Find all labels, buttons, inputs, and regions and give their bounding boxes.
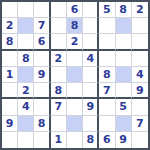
- sudoku-cell[interactable]: [34, 2, 50, 18]
- sudoku-cell[interactable]: [18, 132, 34, 148]
- sudoku-cell[interactable]: 6: [99, 132, 115, 148]
- sudoku-cell[interactable]: [99, 51, 115, 67]
- sudoku-cell[interactable]: [2, 99, 18, 115]
- sudoku-cell[interactable]: [132, 18, 148, 34]
- sudoku-cell[interactable]: 4: [132, 67, 148, 83]
- sudoku-app: 65822788628241984287947959871869: [0, 0, 150, 150]
- sudoku-cell[interactable]: 1: [51, 132, 67, 148]
- sudoku-cell[interactable]: [83, 2, 99, 18]
- sudoku-cell[interactable]: 2: [2, 18, 18, 34]
- sudoku-cell[interactable]: 5: [99, 2, 115, 18]
- sudoku-cell[interactable]: [83, 18, 99, 34]
- sudoku-cell[interactable]: 9: [34, 67, 50, 83]
- sudoku-cell[interactable]: 9: [2, 116, 18, 132]
- sudoku-cell[interactable]: [51, 18, 67, 34]
- sudoku-cell[interactable]: [51, 34, 67, 50]
- sudoku-cell[interactable]: [18, 18, 34, 34]
- sudoku-cell[interactable]: 8: [116, 2, 132, 18]
- sudoku-cell[interactable]: [132, 132, 148, 148]
- sudoku-cell[interactable]: [34, 99, 50, 115]
- sudoku-cell[interactable]: 9: [132, 83, 148, 99]
- sudoku-cell[interactable]: [132, 34, 148, 50]
- sudoku-cell[interactable]: 8: [18, 51, 34, 67]
- sudoku-cell[interactable]: 7: [99, 83, 115, 99]
- sudoku-cell[interactable]: [67, 83, 83, 99]
- sudoku-cell[interactable]: 9: [83, 99, 99, 115]
- sudoku-cell[interactable]: [67, 116, 83, 132]
- sudoku-cell[interactable]: [116, 34, 132, 50]
- sudoku-cell[interactable]: 4: [83, 51, 99, 67]
- sudoku-cell[interactable]: [18, 116, 34, 132]
- sudoku-cell[interactable]: 8: [34, 116, 50, 132]
- sudoku-cell[interactable]: [18, 34, 34, 50]
- sudoku-cell[interactable]: [99, 116, 115, 132]
- sudoku-cell[interactable]: [83, 83, 99, 99]
- sudoku-cell[interactable]: [116, 116, 132, 132]
- sudoku-cell[interactable]: [18, 67, 34, 83]
- sudoku-cell[interactable]: [51, 116, 67, 132]
- sudoku-cell[interactable]: 8: [67, 18, 83, 34]
- sudoku-cell[interactable]: 8: [83, 132, 99, 148]
- sudoku-cell[interactable]: 2: [67, 34, 83, 50]
- sudoku-cell[interactable]: [67, 132, 83, 148]
- sudoku-cell[interactable]: 5: [116, 99, 132, 115]
- sudoku-cell[interactable]: 9: [116, 132, 132, 148]
- sudoku-cell[interactable]: [34, 132, 50, 148]
- sudoku-cell[interactable]: [2, 83, 18, 99]
- sudoku-cell[interactable]: [99, 18, 115, 34]
- sudoku-cell[interactable]: [2, 132, 18, 148]
- sudoku-cell[interactable]: 6: [34, 34, 50, 50]
- sudoku-cell[interactable]: [83, 116, 99, 132]
- sudoku-cell[interactable]: [51, 2, 67, 18]
- sudoku-cell[interactable]: [34, 83, 50, 99]
- sudoku-cell[interactable]: 4: [18, 99, 34, 115]
- sudoku-cell[interactable]: 8: [51, 83, 67, 99]
- sudoku-cell[interactable]: [132, 99, 148, 115]
- sudoku-cell[interactable]: [132, 51, 148, 67]
- sudoku-cell[interactable]: [116, 51, 132, 67]
- sudoku-cell[interactable]: [51, 67, 67, 83]
- sudoku-cell[interactable]: [2, 2, 18, 18]
- sudoku-cell[interactable]: [116, 67, 132, 83]
- sudoku-cell[interactable]: 7: [132, 116, 148, 132]
- sudoku-cell[interactable]: 7: [34, 18, 50, 34]
- sudoku-cell[interactable]: [116, 83, 132, 99]
- sudoku-cell[interactable]: [99, 34, 115, 50]
- sudoku-cell[interactable]: [83, 34, 99, 50]
- sudoku-cell[interactable]: [116, 18, 132, 34]
- sudoku-cell[interactable]: 2: [18, 83, 34, 99]
- sudoku-board: 65822788628241984287947959871869: [0, 0, 150, 150]
- sudoku-cell[interactable]: [67, 99, 83, 115]
- sudoku-cell[interactable]: [67, 51, 83, 67]
- sudoku-cell[interactable]: 7: [51, 99, 67, 115]
- sudoku-cell[interactable]: [83, 67, 99, 83]
- sudoku-cell[interactable]: [18, 2, 34, 18]
- sudoku-cell[interactable]: 6: [67, 2, 83, 18]
- sudoku-cell[interactable]: 8: [99, 67, 115, 83]
- sudoku-cell[interactable]: 1: [2, 67, 18, 83]
- sudoku-cell[interactable]: 2: [51, 51, 67, 67]
- sudoku-cell[interactable]: 8: [2, 34, 18, 50]
- sudoku-cell[interactable]: 2: [132, 2, 148, 18]
- sudoku-cell[interactable]: [2, 51, 18, 67]
- sudoku-cell[interactable]: [67, 67, 83, 83]
- sudoku-cell[interactable]: [99, 99, 115, 115]
- sudoku-cell[interactable]: [34, 51, 50, 67]
